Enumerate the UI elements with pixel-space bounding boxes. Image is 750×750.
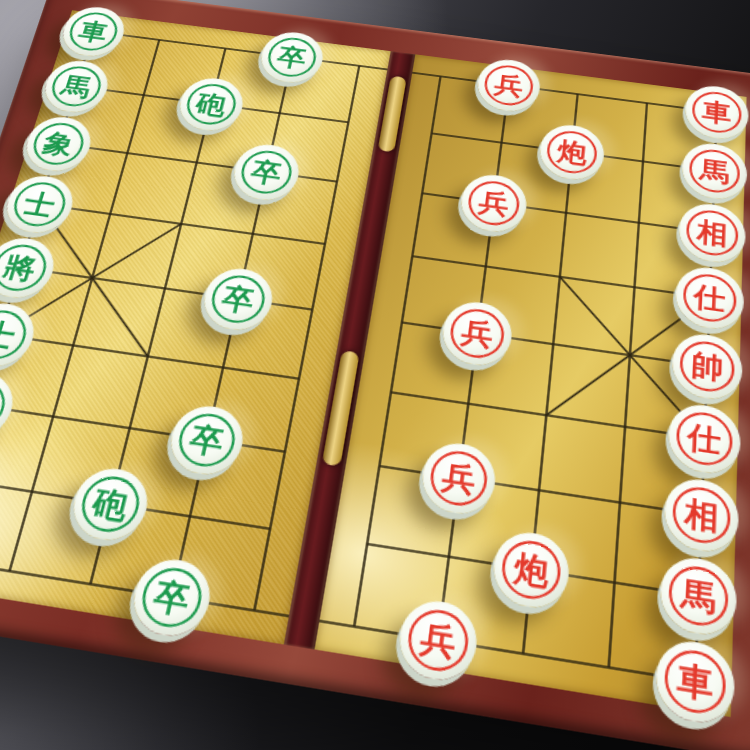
- piece-character: 車: [65, 10, 122, 53]
- piece-character: 馬: [688, 147, 740, 196]
- piece-character: 馬: [668, 562, 729, 629]
- piece-character: 砲: [182, 81, 240, 127]
- piece-character: 兵: [427, 447, 490, 509]
- piece-character: 卒: [174, 410, 240, 470]
- xiangqi-board: 車馬象士將士象馬車砲砲卒卒卒卒卒兵兵兵兵兵炮炮車馬相仕帥仕相馬車: [0, 0, 750, 750]
- piece-character: 砲: [76, 473, 145, 536]
- piece-character: 帥: [679, 338, 735, 395]
- piece-character: 兵: [482, 63, 535, 108]
- piece-character: 兵: [405, 606, 472, 676]
- piece-character: 士: [8, 179, 71, 229]
- piece-character: 兵: [466, 178, 522, 228]
- piece-character: 象: [28, 120, 89, 168]
- piece-character: 炮: [499, 537, 563, 603]
- piece-character: 相: [672, 483, 731, 547]
- piece-character: 炮: [545, 128, 599, 176]
- piece-character: 仕: [682, 271, 737, 325]
- piece-character: 卒: [137, 564, 207, 632]
- piece-character: 兵: [448, 306, 507, 362]
- board-wrap: 車馬象士將士象馬車砲砲卒卒卒卒卒兵兵兵兵兵炮炮車馬相仕帥仕相馬車: [0, 0, 750, 750]
- piece-character: 馬: [47, 64, 106, 110]
- piece-character: 卒: [207, 272, 269, 326]
- piece-character: 仕: [675, 409, 733, 469]
- piece-character: 卒: [264, 35, 319, 79]
- photo-background: 車馬象士將士象馬車砲砲卒卒卒卒卒兵兵兵兵兵炮炮車馬相仕帥仕相馬車: [0, 0, 750, 750]
- piece-character: 車: [691, 89, 742, 136]
- piece-character: 車: [663, 646, 726, 718]
- piece-character: 卒: [237, 148, 295, 197]
- piece-character: 相: [685, 207, 738, 258]
